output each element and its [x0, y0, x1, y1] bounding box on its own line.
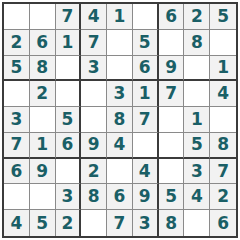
cell-r4c1[interactable]: [4, 81, 30, 107]
cell-r1c6[interactable]: [133, 4, 159, 30]
cell-r6c7[interactable]: [159, 133, 185, 159]
cell-r7c4[interactable]: 2: [81, 159, 107, 185]
cell-r2c6[interactable]: 5: [133, 30, 159, 56]
cell-r5c3[interactable]: 5: [56, 107, 82, 133]
cell-r3c8[interactable]: [184, 56, 210, 82]
cell-r6c9[interactable]: 8: [210, 133, 236, 159]
cell-r6c6[interactable]: [133, 133, 159, 159]
cell-r9c8[interactable]: [184, 210, 210, 236]
cell-r3c5[interactable]: [107, 56, 133, 82]
cell-r7c8[interactable]: 3: [184, 159, 210, 185]
cell-r1c3[interactable]: 7: [56, 4, 82, 30]
cell-r9c4[interactable]: [81, 210, 107, 236]
cell-r5c2[interactable]: [30, 107, 56, 133]
cell-r8c3[interactable]: 3: [56, 184, 82, 210]
cell-r4c2[interactable]: 2: [30, 81, 56, 107]
cell-r7c7[interactable]: [159, 159, 185, 185]
cell-r7c9[interactable]: 7: [210, 159, 236, 185]
cell-r5c6[interactable]: 7: [133, 107, 159, 133]
cell-r2c3[interactable]: 1: [56, 30, 82, 56]
cell-r7c1[interactable]: 6: [4, 159, 30, 185]
cell-r4c9[interactable]: 4: [210, 81, 236, 107]
cell-r5c7[interactable]: [159, 107, 185, 133]
cell-r7c2[interactable]: 9: [30, 159, 56, 185]
cell-r4c7[interactable]: 7: [159, 81, 185, 107]
cell-r3c3[interactable]: [56, 56, 82, 82]
cell-r5c9[interactable]: [210, 107, 236, 133]
cell-r8c2[interactable]: [30, 184, 56, 210]
cell-r2c7[interactable]: [159, 30, 185, 56]
cell-r9c5[interactable]: 7: [107, 210, 133, 236]
cell-r1c5[interactable]: 1: [107, 4, 133, 30]
cell-r6c4[interactable]: 9: [81, 133, 107, 159]
cell-r9c2[interactable]: 5: [30, 210, 56, 236]
cell-r3c9[interactable]: 1: [210, 56, 236, 82]
cell-r5c8[interactable]: 1: [184, 107, 210, 133]
cell-r3c1[interactable]: 5: [4, 56, 30, 82]
cell-r2c4[interactable]: 7: [81, 30, 107, 56]
cell-r1c7[interactable]: 6: [159, 4, 185, 30]
cell-r9c6[interactable]: 3: [133, 210, 159, 236]
cell-r8c6[interactable]: 9: [133, 184, 159, 210]
cell-r2c9[interactable]: [210, 30, 236, 56]
cell-r8c8[interactable]: 4: [184, 184, 210, 210]
cell-r1c2[interactable]: [30, 4, 56, 30]
cell-r4c5[interactable]: 3: [107, 81, 133, 107]
cell-r4c4[interactable]: [81, 81, 107, 107]
cell-r9c7[interactable]: 8: [159, 210, 185, 236]
cell-r8c4[interactable]: 8: [81, 184, 107, 210]
cell-r3c7[interactable]: 9: [159, 56, 185, 82]
sudoku-board-frame: 7416252617585836912317435871716945869243…: [2, 2, 238, 238]
cell-r8c7[interactable]: 5: [159, 184, 185, 210]
cell-r7c6[interactable]: 4: [133, 159, 159, 185]
cell-r4c8[interactable]: [184, 81, 210, 107]
cell-r5c4[interactable]: [81, 107, 107, 133]
cell-r9c3[interactable]: 2: [56, 210, 82, 236]
cell-r7c5[interactable]: [107, 159, 133, 185]
cell-r8c5[interactable]: 6: [107, 184, 133, 210]
cell-r9c1[interactable]: 4: [4, 210, 30, 236]
cell-r2c8[interactable]: 8: [184, 30, 210, 56]
sudoku-board: 7416252617585836912317435871716945869243…: [4, 4, 236, 236]
cell-r1c4[interactable]: 4: [81, 4, 107, 30]
cell-r3c4[interactable]: 3: [81, 56, 107, 82]
cell-r9c9[interactable]: 6: [210, 210, 236, 236]
cell-r4c6[interactable]: 1: [133, 81, 159, 107]
cell-r3c6[interactable]: 6: [133, 56, 159, 82]
cell-r8c1[interactable]: [4, 184, 30, 210]
cell-r6c1[interactable]: 7: [4, 133, 30, 159]
cell-r7c3[interactable]: [56, 159, 82, 185]
cell-r8c9[interactable]: 2: [210, 184, 236, 210]
cell-r3c2[interactable]: 8: [30, 56, 56, 82]
cell-r6c5[interactable]: 4: [107, 133, 133, 159]
cell-r2c1[interactable]: 2: [4, 30, 30, 56]
cell-r1c1[interactable]: [4, 4, 30, 30]
cell-r5c5[interactable]: 8: [107, 107, 133, 133]
cell-r6c3[interactable]: 6: [56, 133, 82, 159]
cell-r1c8[interactable]: 2: [184, 4, 210, 30]
cell-r2c2[interactable]: 6: [30, 30, 56, 56]
cell-r1c9[interactable]: 5: [210, 4, 236, 30]
cell-r6c8[interactable]: 5: [184, 133, 210, 159]
cell-r5c1[interactable]: 3: [4, 107, 30, 133]
cell-r2c5[interactable]: [107, 30, 133, 56]
cell-r4c3[interactable]: [56, 81, 82, 107]
cell-r6c2[interactable]: 1: [30, 133, 56, 159]
